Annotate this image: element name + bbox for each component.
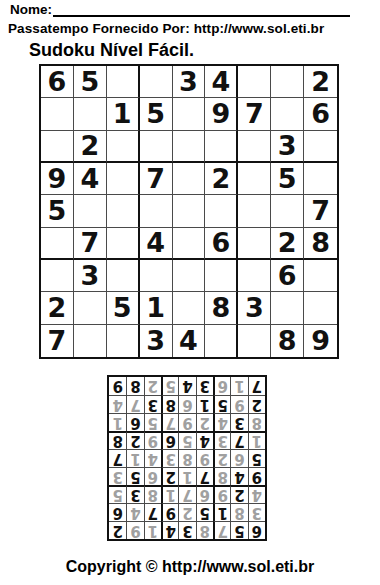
cell-r7c4[interactable] (140, 260, 173, 292)
solution-cell-r4c5: 1 (178, 467, 195, 485)
cell-r2c5[interactable] (173, 98, 206, 130)
solution-cell-r1c7: 1 (144, 521, 161, 539)
cell-r9c4: 3 (140, 325, 173, 357)
cell-r7c8: 6 (271, 260, 304, 292)
solution-cell-r8c5: 6 (178, 395, 195, 413)
solution-cell-r4c2: 4 (230, 467, 247, 485)
solution-cell-r8c1: 2 (248, 395, 265, 413)
solution-cell-r5c7: 4 (144, 449, 161, 467)
solution-cell-r1c8: 9 (126, 521, 143, 539)
solution-cell-r8c8: 7 (126, 395, 143, 413)
solution-cell-r2c5: 2 (178, 503, 195, 521)
solution-cell-r3c8: 3 (126, 485, 143, 503)
solution-cell-r6c6: 6 (161, 431, 178, 449)
name-label: Nome: (10, 2, 52, 17)
solution-cell-r4c1: 9 (248, 467, 265, 485)
cell-r6c6: 6 (205, 228, 238, 260)
cell-r1c1: 6 (41, 66, 74, 98)
solution-cell-r2c3: 1 (213, 503, 230, 521)
solution-cell-r5c4: 9 (196, 449, 213, 467)
cell-r1c4[interactable] (140, 66, 173, 98)
cell-r9c2[interactable] (74, 325, 107, 357)
cell-r8c3: 5 (107, 292, 140, 324)
solution-board-rotated-180: 6578341923815297464296718359487126535629… (107, 375, 267, 541)
solution-cell-r8c3: 5 (213, 395, 230, 413)
cell-r7c5[interactable] (173, 260, 206, 292)
cell-r7c2: 3 (74, 260, 107, 292)
solution-cell-r9c3: 6 (213, 377, 230, 395)
cell-r8c7: 3 (238, 292, 271, 324)
solution-cell-r4c8: 5 (126, 467, 143, 485)
cell-r4c7[interactable] (238, 163, 271, 195)
solution-cell-r5c8: 1 (126, 449, 143, 467)
solution-cell-r8c7: 3 (144, 395, 161, 413)
solution-cell-r4c6: 2 (161, 467, 178, 485)
cell-r3c4[interactable] (140, 131, 173, 163)
solution-cell-r6c8: 2 (126, 431, 143, 449)
cell-r3c1[interactable] (41, 131, 74, 163)
solution-cell-r3c5: 7 (178, 485, 195, 503)
solution-cell-r5c3: 2 (213, 449, 230, 467)
solution-cell-r4c9: 3 (109, 467, 126, 485)
cell-r8c6: 8 (205, 292, 238, 324)
cell-r9c3[interactable] (107, 325, 140, 357)
cell-r6c9: 8 (304, 228, 337, 260)
provider-line: Passatempo Fornecido Por: http://www.sol… (8, 21, 324, 36)
solution-cell-r2c7: 7 (144, 503, 161, 521)
cell-r2c8[interactable] (271, 98, 304, 130)
solution-cell-r1c9: 2 (109, 521, 126, 539)
solution-cell-r3c2: 2 (230, 485, 247, 503)
cell-r1c9: 2 (304, 66, 337, 98)
cell-r2c1[interactable] (41, 98, 74, 130)
solution-cell-r7c7: 5 (144, 413, 161, 431)
solution-cell-r5c5: 8 (178, 449, 195, 467)
solution-cell-r9c1: 7 (248, 377, 265, 395)
cell-r8c5[interactable] (173, 292, 206, 324)
cell-r2c4: 5 (140, 98, 173, 130)
solution-cell-r3c9: 5 (109, 485, 126, 503)
solution-cell-r9c6: 5 (161, 377, 178, 395)
solution-cell-r2c2: 8 (230, 503, 247, 521)
cell-r7c1[interactable] (41, 260, 74, 292)
cell-r3c3[interactable] (107, 131, 140, 163)
cell-r9c9: 9 (304, 325, 337, 357)
solution-cell-r8c6: 8 (161, 395, 178, 413)
cell-r3c5[interactable] (173, 131, 206, 163)
solution-cell-r3c1: 4 (248, 485, 265, 503)
solution-cell-r2c4: 5 (196, 503, 213, 521)
cell-r4c4: 7 (140, 163, 173, 195)
cell-r3c9[interactable] (304, 131, 337, 163)
solution-cell-r6c2: 7 (230, 431, 247, 449)
cell-r4c8: 5 (271, 163, 304, 195)
solution-cell-r2c9: 6 (109, 503, 126, 521)
sudoku-board: 653421597623947255774628362518373489 (39, 64, 339, 359)
cell-r3c2: 2 (74, 131, 107, 163)
copyright-line: Copyright © http://www.sol.eti.br (0, 558, 380, 576)
solution-cell-r6c4: 4 (196, 431, 213, 449)
cell-r4c1: 9 (41, 163, 74, 195)
cell-r8c9[interactable] (304, 292, 337, 324)
solution-cell-r5c9: 7 (109, 449, 126, 467)
solution-cell-r7c5: 9 (178, 413, 195, 431)
solution-cell-r2c6: 9 (161, 503, 178, 521)
cell-r9c5: 4 (173, 325, 206, 357)
cell-r6c8: 2 (271, 228, 304, 260)
solution-cell-r4c7: 6 (144, 467, 161, 485)
solution-cell-r9c4: 3 (196, 377, 213, 395)
solution-cell-r5c2: 6 (230, 449, 247, 467)
solution-cell-r7c3: 4 (213, 413, 230, 431)
solution-cell-r7c2: 3 (230, 413, 247, 431)
solution-cell-r7c1: 8 (248, 413, 265, 431)
cell-r7c7[interactable] (238, 260, 271, 292)
cell-r5c4[interactable] (140, 195, 173, 227)
cell-r1c8[interactable] (271, 66, 304, 98)
solution-cell-r9c7: 2 (144, 377, 161, 395)
cell-r6c3[interactable] (107, 228, 140, 260)
cell-r9c1: 7 (41, 325, 74, 357)
solution-cell-r9c9: 9 (109, 377, 126, 395)
cell-r2c9: 6 (304, 98, 337, 130)
solution-cell-r4c3: 8 (213, 467, 230, 485)
solution-cell-r4c4: 7 (196, 467, 213, 485)
solution-cell-r2c1: 3 (248, 503, 265, 521)
solution-cell-r2c8: 4 (126, 503, 143, 521)
cell-r5c8[interactable] (271, 195, 304, 227)
cell-r1c6: 4 (205, 66, 238, 98)
solution-cell-r6c9: 8 (109, 431, 126, 449)
cell-r8c8[interactable] (271, 292, 304, 324)
cell-r3c8: 3 (271, 131, 304, 163)
cell-r6c2: 7 (74, 228, 107, 260)
cell-r2c2[interactable] (74, 98, 107, 130)
cell-r4c2: 4 (74, 163, 107, 195)
solution-cell-r1c5: 3 (178, 521, 195, 539)
solution-cell-r9c2: 1 (230, 377, 247, 395)
cell-r8c4: 1 (140, 292, 173, 324)
cell-r2c6: 9 (205, 98, 238, 130)
cell-r9c8: 8 (271, 325, 304, 357)
cell-r7c6[interactable] (205, 260, 238, 292)
solution-cell-r8c9: 4 (109, 395, 126, 413)
cell-r3c7[interactable] (238, 131, 271, 163)
sudoku-worksheet-page: Nome: Passatempo Fornecido Por: http://w… (0, 0, 380, 585)
solution-cell-r3c6: 1 (161, 485, 178, 503)
cell-r4c6: 2 (205, 163, 238, 195)
cell-r5c3[interactable] (107, 195, 140, 227)
cell-r8c1: 2 (41, 292, 74, 324)
solution-cell-r9c5: 4 (178, 377, 195, 395)
solution-cell-r7c4: 2 (196, 413, 213, 431)
cell-r2c7: 7 (238, 98, 271, 130)
cell-r2c3: 1 (107, 98, 140, 130)
solution-cell-r7c6: 7 (161, 413, 178, 431)
cell-r6c5[interactable] (173, 228, 206, 260)
cell-r6c7[interactable] (238, 228, 271, 260)
cell-r5c7[interactable] (238, 195, 271, 227)
solution-cell-r8c4: 1 (196, 395, 213, 413)
cell-r6c4: 4 (140, 228, 173, 260)
solution-cell-r3c7: 8 (144, 485, 161, 503)
cell-r7c9[interactable] (304, 260, 337, 292)
solution-cell-r1c3: 7 (213, 521, 230, 539)
cell-r5c5[interactable] (173, 195, 206, 227)
solution-cell-r3c3: 9 (213, 485, 230, 503)
solution-cell-r5c1: 5 (248, 449, 265, 467)
cell-r1c5: 3 (173, 66, 206, 98)
solution-cell-r7c9: 1 (109, 413, 126, 431)
cell-r3c6[interactable] (205, 131, 238, 163)
solution-cell-r6c7: 9 (144, 431, 161, 449)
solution-cell-r1c1: 6 (248, 521, 265, 539)
cell-r4c5[interactable] (173, 163, 206, 195)
solution-cell-r6c5: 5 (178, 431, 195, 449)
cell-r6c1[interactable] (41, 228, 74, 260)
cell-r9c7[interactable] (238, 325, 271, 357)
cell-r5c1: 5 (41, 195, 74, 227)
solution-cell-r6c3: 3 (213, 431, 230, 449)
solution-cell-r1c4: 8 (196, 521, 213, 539)
solution-cell-r8c2: 9 (230, 395, 247, 413)
solution-cell-r7c8: 6 (126, 413, 143, 431)
cell-r1c2: 5 (74, 66, 107, 98)
cell-r5c6[interactable] (205, 195, 238, 227)
solution-cell-r5c6: 3 (161, 449, 178, 467)
solution-cell-r1c2: 5 (230, 521, 247, 539)
cell-r4c9[interactable] (304, 163, 337, 195)
solution-cell-r1c6: 4 (161, 521, 178, 539)
cell-r5c2[interactable] (74, 195, 107, 227)
cell-r7c3[interactable] (107, 260, 140, 292)
solution-cell-r6c1: 1 (248, 431, 265, 449)
cell-r8c2[interactable] (74, 292, 107, 324)
cell-r9c6[interactable] (205, 325, 238, 357)
cell-r1c3[interactable] (107, 66, 140, 98)
page-title: Sudoku Nível Fácil. (29, 40, 194, 61)
name-row: Nome: (10, 2, 350, 17)
cell-r1c7[interactable] (238, 66, 271, 98)
solution-cell-r9c8: 8 (126, 377, 143, 395)
cell-r4c3[interactable] (107, 163, 140, 195)
cell-r5c9: 7 (304, 195, 337, 227)
solution-cell-r3c4: 6 (196, 485, 213, 503)
name-fill-in-line[interactable] (53, 2, 350, 17)
